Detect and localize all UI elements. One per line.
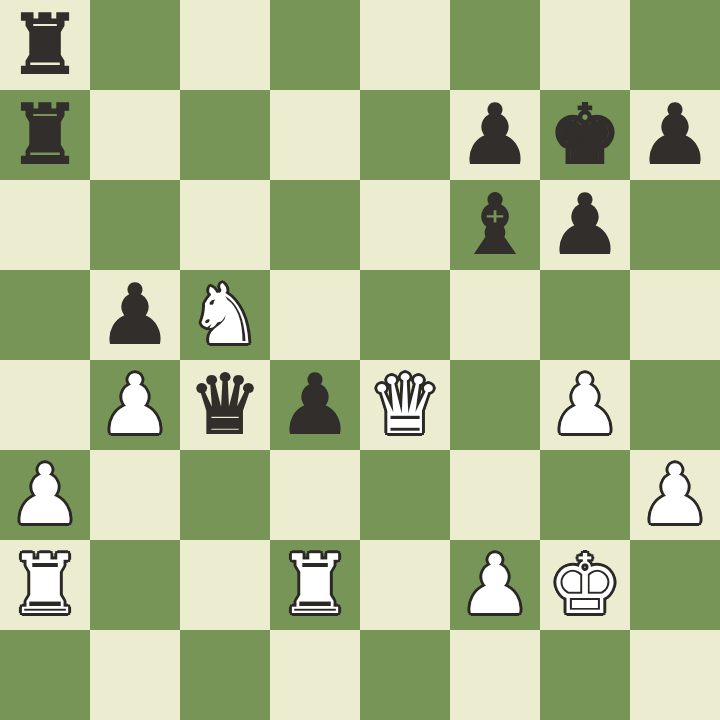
white-pawn-piece[interactable]: ♟ [98,360,172,450]
black-queen-piece[interactable]: ♛ [188,360,262,450]
square-h7[interactable]: ♟ [630,90,720,180]
square-b6[interactable] [90,180,180,270]
square-h2[interactable] [630,540,720,630]
square-f2[interactable]: ♟ [450,540,540,630]
square-e3[interactable] [360,450,450,540]
black-pawn-piece[interactable]: ♟ [98,270,172,360]
square-d3[interactable] [270,450,360,540]
square-e6[interactable] [360,180,450,270]
square-c4[interactable]: ♛ [180,360,270,450]
square-h4[interactable] [630,360,720,450]
white-pawn-piece[interactable]: ♟ [548,360,622,450]
square-e4[interactable]: ♛ [360,360,450,450]
square-h6[interactable] [630,180,720,270]
white-queen-piece[interactable]: ♛ [368,360,442,450]
square-h1[interactable] [630,630,720,720]
square-g8[interactable] [540,0,630,90]
black-pawn-piece[interactable]: ♟ [458,90,532,180]
square-d7[interactable] [270,90,360,180]
square-d8[interactable] [270,0,360,90]
square-d6[interactable] [270,180,360,270]
square-a3[interactable]: ♟ [0,450,90,540]
square-a4[interactable] [0,360,90,450]
square-e8[interactable] [360,0,450,90]
square-f1[interactable] [450,630,540,720]
square-d2[interactable]: ♜ [270,540,360,630]
square-g6[interactable]: ♟ [540,180,630,270]
square-a1[interactable] [0,630,90,720]
square-d4[interactable]: ♟ [270,360,360,450]
square-c5[interactable]: ♞ [180,270,270,360]
square-g2[interactable]: ♚ [540,540,630,630]
square-f6[interactable]: ♝ [450,180,540,270]
black-pawn-piece[interactable]: ♟ [548,180,622,270]
square-b7[interactable] [90,90,180,180]
square-f5[interactable] [450,270,540,360]
square-b1[interactable] [90,630,180,720]
white-rook-piece[interactable]: ♜ [278,540,352,630]
square-e7[interactable] [360,90,450,180]
black-rook-piece[interactable]: ♜ [8,0,82,90]
square-c3[interactable] [180,450,270,540]
square-h8[interactable] [630,0,720,90]
square-g4[interactable]: ♟ [540,360,630,450]
square-a8[interactable]: ♜ [0,0,90,90]
square-e2[interactable] [360,540,450,630]
square-e5[interactable] [360,270,450,360]
square-g5[interactable] [540,270,630,360]
square-f8[interactable] [450,0,540,90]
square-c2[interactable] [180,540,270,630]
square-b2[interactable] [90,540,180,630]
square-b5[interactable]: ♟ [90,270,180,360]
square-a6[interactable] [0,180,90,270]
black-rook-piece[interactable]: ♜ [8,90,82,180]
square-h5[interactable] [630,270,720,360]
square-d1[interactable] [270,630,360,720]
square-g3[interactable] [540,450,630,540]
square-e1[interactable] [360,630,450,720]
square-a2[interactable]: ♜ [0,540,90,630]
square-c8[interactable] [180,0,270,90]
square-g7[interactable]: ♚ [540,90,630,180]
white-rook-piece[interactable]: ♜ [8,540,82,630]
square-a5[interactable] [0,270,90,360]
white-pawn-piece[interactable]: ♟ [638,450,712,540]
square-f3[interactable] [450,450,540,540]
black-king-piece[interactable]: ♚ [548,90,622,180]
square-g1[interactable] [540,630,630,720]
black-pawn-piece[interactable]: ♟ [638,90,712,180]
white-knight-piece[interactable]: ♞ [188,270,262,360]
square-b8[interactable] [90,0,180,90]
white-king-piece[interactable]: ♚ [548,540,622,630]
square-c1[interactable] [180,630,270,720]
square-b4[interactable]: ♟ [90,360,180,450]
black-pawn-piece[interactable]: ♟ [278,360,352,450]
white-pawn-piece[interactable]: ♟ [8,450,82,540]
square-d5[interactable] [270,270,360,360]
black-bishop-piece[interactable]: ♝ [458,180,532,270]
square-f4[interactable] [450,360,540,450]
square-c7[interactable] [180,90,270,180]
square-a7[interactable]: ♜ [0,90,90,180]
square-h3[interactable]: ♟ [630,450,720,540]
chess-board: ♜♜♟♚♟♝♟♟♞♟♛♟♛♟♟♟♜♜♟♚ [0,0,720,720]
square-f7[interactable]: ♟ [450,90,540,180]
square-b3[interactable] [90,450,180,540]
white-pawn-piece[interactable]: ♟ [458,540,532,630]
square-c6[interactable] [180,180,270,270]
